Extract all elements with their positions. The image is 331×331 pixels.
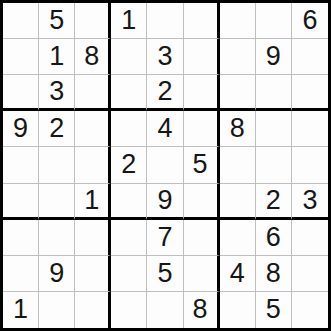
cell-r8c4[interactable] bbox=[111, 256, 147, 292]
given-digit: 1 bbox=[84, 187, 99, 214]
given-digit: 9 bbox=[13, 115, 28, 142]
cell-r5c9[interactable] bbox=[292, 147, 328, 183]
cell-r7c1[interactable] bbox=[3, 220, 39, 256]
cell-r4c7[interactable]: 8 bbox=[220, 111, 256, 147]
given-digit: 9 bbox=[157, 187, 172, 214]
cell-r5c3[interactable] bbox=[75, 147, 111, 183]
cell-r2c5[interactable]: 3 bbox=[147, 39, 183, 75]
cell-r9c9[interactable] bbox=[292, 292, 328, 328]
given-digit: 3 bbox=[49, 78, 64, 105]
cell-r3c5[interactable]: 2 bbox=[147, 75, 183, 111]
given-digit: 1 bbox=[13, 296, 28, 323]
cell-r6c2[interactable] bbox=[39, 184, 75, 220]
given-digit: 6 bbox=[302, 7, 317, 34]
sudoku-page: 5161839329248251923769548185 bbox=[0, 0, 331, 331]
given-digit: 8 bbox=[84, 43, 99, 70]
cell-r6c7[interactable] bbox=[220, 184, 256, 220]
cell-r7c7[interactable] bbox=[220, 220, 256, 256]
cell-r6c9[interactable]: 3 bbox=[292, 184, 328, 220]
cell-r4c5[interactable]: 4 bbox=[147, 111, 183, 147]
cell-r8c5[interactable]: 5 bbox=[147, 256, 183, 292]
cell-r7c8[interactable]: 6 bbox=[256, 220, 292, 256]
given-digit: 2 bbox=[157, 78, 172, 105]
cell-r5c7[interactable] bbox=[220, 147, 256, 183]
cell-r3c9[interactable] bbox=[292, 75, 328, 111]
cell-r8c2[interactable]: 9 bbox=[39, 256, 75, 292]
cell-r1c4[interactable]: 1 bbox=[111, 3, 147, 39]
cell-r3c1[interactable] bbox=[3, 75, 39, 111]
cell-r6c1[interactable] bbox=[3, 184, 39, 220]
cell-r1c3[interactable] bbox=[75, 3, 111, 39]
cell-r4c6[interactable] bbox=[184, 111, 220, 147]
cell-r8c8[interactable]: 8 bbox=[256, 256, 292, 292]
cell-r2c3[interactable]: 8 bbox=[75, 39, 111, 75]
cell-r5c2[interactable] bbox=[39, 147, 75, 183]
cell-r9c7[interactable] bbox=[220, 292, 256, 328]
given-digit: 6 bbox=[266, 224, 281, 251]
cell-r9c8[interactable]: 5 bbox=[256, 292, 292, 328]
cell-r6c8[interactable]: 2 bbox=[256, 184, 292, 220]
given-digit: 1 bbox=[121, 7, 136, 34]
cell-r4c1[interactable]: 9 bbox=[3, 111, 39, 147]
cell-r8c6[interactable] bbox=[184, 256, 220, 292]
cell-r2c1[interactable] bbox=[3, 39, 39, 75]
cell-r3c3[interactable] bbox=[75, 75, 111, 111]
cell-r1c6[interactable] bbox=[184, 3, 220, 39]
given-digit: 8 bbox=[193, 296, 208, 323]
cell-r7c2[interactable] bbox=[39, 220, 75, 256]
cell-r6c3[interactable]: 1 bbox=[75, 184, 111, 220]
given-digit: 9 bbox=[266, 43, 281, 70]
given-digit: 8 bbox=[230, 115, 245, 142]
cell-r3c7[interactable] bbox=[220, 75, 256, 111]
cell-r7c3[interactable] bbox=[75, 220, 111, 256]
cell-r5c8[interactable] bbox=[256, 147, 292, 183]
cell-r9c5[interactable] bbox=[147, 292, 183, 328]
cell-r4c8[interactable] bbox=[256, 111, 292, 147]
cell-r5c1[interactable] bbox=[3, 147, 39, 183]
cell-r8c7[interactable]: 4 bbox=[220, 256, 256, 292]
cell-r7c6[interactable] bbox=[184, 220, 220, 256]
cell-r9c3[interactable] bbox=[75, 292, 111, 328]
given-digit: 5 bbox=[49, 7, 64, 34]
cell-r7c4[interactable] bbox=[111, 220, 147, 256]
cell-r2c8[interactable]: 9 bbox=[256, 39, 292, 75]
cell-r1c2[interactable]: 5 bbox=[39, 3, 75, 39]
cell-r5c5[interactable] bbox=[147, 147, 183, 183]
cell-r2c4[interactable] bbox=[111, 39, 147, 75]
given-digit: 3 bbox=[302, 187, 317, 214]
given-digit: 2 bbox=[121, 151, 136, 178]
cell-r7c9[interactable] bbox=[292, 220, 328, 256]
cell-r3c8[interactable] bbox=[256, 75, 292, 111]
given-digit: 7 bbox=[157, 224, 172, 251]
cell-r7c5[interactable]: 7 bbox=[147, 220, 183, 256]
given-digit: 4 bbox=[157, 115, 172, 142]
cell-r9c4[interactable] bbox=[111, 292, 147, 328]
cell-r5c4[interactable]: 2 bbox=[111, 147, 147, 183]
cell-r8c1[interactable] bbox=[3, 256, 39, 292]
cell-r3c6[interactable] bbox=[184, 75, 220, 111]
given-digit: 8 bbox=[266, 260, 281, 287]
cell-r1c5[interactable] bbox=[147, 3, 183, 39]
given-digit: 3 bbox=[157, 43, 172, 70]
given-digit: 2 bbox=[49, 115, 64, 142]
given-digit: 2 bbox=[266, 187, 281, 214]
cell-r8c3[interactable] bbox=[75, 256, 111, 292]
given-digit: 5 bbox=[193, 151, 208, 178]
sudoku-board: 5161839329248251923769548185 bbox=[0, 0, 331, 331]
cell-r8c9[interactable] bbox=[292, 256, 328, 292]
cell-r9c2[interactable] bbox=[39, 292, 75, 328]
cell-r6c5[interactable]: 9 bbox=[147, 184, 183, 220]
given-digit: 1 bbox=[49, 43, 64, 70]
cell-r4c3[interactable] bbox=[75, 111, 111, 147]
cell-r1c1[interactable] bbox=[3, 3, 39, 39]
cell-r1c8[interactable] bbox=[256, 3, 292, 39]
cell-r4c4[interactable] bbox=[111, 111, 147, 147]
cell-r2c9[interactable] bbox=[292, 39, 328, 75]
given-digit: 5 bbox=[157, 260, 172, 287]
cell-r1c9[interactable]: 6 bbox=[292, 3, 328, 39]
given-digit: 4 bbox=[230, 260, 245, 287]
cell-r4c9[interactable] bbox=[292, 111, 328, 147]
cell-r6c6[interactable] bbox=[184, 184, 220, 220]
cell-r6c4[interactable] bbox=[111, 184, 147, 220]
cell-r1c7[interactable] bbox=[220, 3, 256, 39]
cell-r4c2[interactable]: 2 bbox=[39, 111, 75, 147]
cell-r2c7[interactable] bbox=[220, 39, 256, 75]
cell-r9c6[interactable]: 8 bbox=[184, 292, 220, 328]
cell-r9c1[interactable]: 1 bbox=[3, 292, 39, 328]
given-digit: 5 bbox=[266, 296, 281, 323]
cell-r3c4[interactable] bbox=[111, 75, 147, 111]
given-digit: 9 bbox=[49, 260, 64, 287]
cell-r2c6[interactable] bbox=[184, 39, 220, 75]
cell-r2c2[interactable]: 1 bbox=[39, 39, 75, 75]
cell-r5c6[interactable]: 5 bbox=[184, 147, 220, 183]
cell-r3c2[interactable]: 3 bbox=[39, 75, 75, 111]
